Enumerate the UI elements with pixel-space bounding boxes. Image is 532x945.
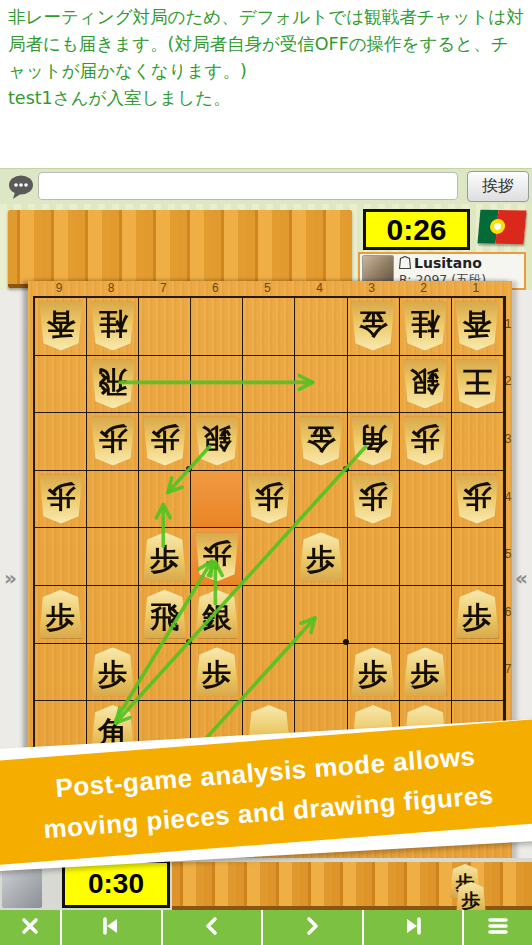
shogi-app-screen: 非レーティング対局のため、デフォルトでは観戦者チャットは対局者にも届きます。(対… (0, 0, 532, 945)
square-8b[interactable]: 飛 (87, 356, 139, 414)
chat-message: 非レーティング対局のため、デフォルトでは観戦者チャットは対局者にも届きます。(対… (8, 4, 524, 85)
square-1d[interactable]: 歩 (452, 471, 504, 529)
portugal-flag-icon (477, 210, 526, 245)
square-4a[interactable] (295, 298, 347, 356)
next-move-button[interactable] (263, 910, 364, 945)
square-6d[interactable] (191, 471, 243, 529)
piece-7e[interactable]: 歩 (143, 532, 186, 581)
piece-2a[interactable]: 桂 (404, 302, 447, 351)
square-1e[interactable] (452, 528, 504, 586)
piece-2b[interactable]: 銀 (404, 359, 447, 408)
piece-4c[interactable]: 金 (300, 417, 343, 466)
square-8f[interactable] (87, 586, 139, 644)
square-6a[interactable] (191, 298, 243, 356)
square-3a[interactable]: 金 (348, 298, 400, 356)
menu-button[interactable] (464, 910, 532, 945)
square-6f[interactable]: 銀 (191, 586, 243, 644)
square-5f[interactable] (243, 586, 295, 644)
piece-8b[interactable]: 飛 (91, 359, 134, 408)
file-label: 5 (241, 281, 293, 296)
x-icon (20, 916, 40, 939)
square-3g[interactable]: 歩 (348, 644, 400, 702)
square-9e[interactable] (35, 528, 87, 586)
player-avatar (2, 864, 42, 908)
square-5b[interactable] (243, 356, 295, 414)
square-5d[interactable]: 歩 (243, 471, 295, 529)
square-5e[interactable] (243, 528, 295, 586)
piece-8c[interactable]: 歩 (91, 417, 134, 466)
square-2d[interactable] (400, 471, 452, 529)
square-9a[interactable]: 香 (35, 298, 87, 356)
playback-nav-bar (0, 910, 532, 945)
square-7g[interactable] (139, 644, 191, 702)
file-label: 4 (293, 281, 345, 296)
piece-2c[interactable]: 歩 (404, 417, 447, 466)
square-4f[interactable] (295, 586, 347, 644)
square-3b[interactable] (348, 356, 400, 414)
chat-log: 非レーティング対局のため、デフォルトでは観戦者チャットは対局者にも届きます。(対… (0, 0, 532, 168)
file-label: 7 (137, 281, 189, 296)
piece-3c[interactable]: 角 (352, 417, 395, 466)
piece-9a[interactable]: 香 (39, 302, 82, 351)
file-label: 2 (398, 281, 450, 296)
file-label: 1 (450, 281, 502, 296)
file-label: 8 (85, 281, 137, 296)
piece-1a[interactable]: 香 (456, 302, 499, 351)
square-7d[interactable] (139, 471, 191, 529)
square-5g[interactable] (243, 644, 295, 702)
player-clock: 0:30 (62, 860, 170, 908)
chat-input-bar: 挨拶 (0, 168, 532, 205)
square-4g[interactable] (295, 644, 347, 702)
square-9c[interactable] (35, 413, 87, 471)
square-8d[interactable] (87, 471, 139, 529)
piece-9f[interactable]: 歩 (39, 590, 82, 639)
square-1a[interactable]: 香 (452, 298, 504, 356)
piece-3d[interactable]: 歩 (352, 475, 395, 524)
square-1f[interactable]: 歩 (452, 586, 504, 644)
square-4b[interactable] (295, 356, 347, 414)
square-4c[interactable]: 金 (295, 413, 347, 471)
piece-8g[interactable]: 歩 (91, 647, 134, 696)
first-move-button[interactable] (62, 910, 163, 945)
square-2e[interactable] (400, 528, 452, 586)
square-2a[interactable]: 桂 (400, 298, 452, 356)
file-label: 6 (189, 281, 241, 296)
star-point (186, 639, 192, 645)
square-7b[interactable] (139, 356, 191, 414)
piece-6c[interactable]: 銀 (195, 417, 238, 466)
square-3d[interactable]: 歩 (348, 471, 400, 529)
square-9g[interactable] (35, 644, 87, 702)
square-8a[interactable]: 桂 (87, 298, 139, 356)
piece-3a[interactable]: 金 (352, 302, 395, 351)
chevron-right-icon (302, 916, 322, 939)
piece-1f[interactable]: 歩 (456, 590, 499, 639)
square-3e[interactable] (348, 528, 400, 586)
file-labels: 987654321 (33, 281, 502, 296)
chat-message: test1さんが入室しました。 (8, 85, 524, 112)
square-1c[interactable] (452, 413, 504, 471)
piece-6f[interactable]: 銀 (195, 590, 238, 639)
piece-9d[interactable]: 歩 (39, 475, 82, 524)
square-7e[interactable]: 歩 (139, 528, 191, 586)
chevron-left-icon (202, 916, 222, 939)
greet-button[interactable]: 挨拶 (467, 171, 529, 202)
piece-1b[interactable]: 王 (456, 359, 499, 408)
right-panel-toggle[interactable]: « (515, 566, 528, 590)
gote-piece-icon (399, 256, 411, 269)
piece-6e[interactable]: 歩 (195, 532, 238, 581)
square-3f[interactable] (348, 586, 400, 644)
square-4d[interactable] (295, 471, 347, 529)
skip-end-icon (402, 916, 424, 939)
game-area: 0:26 Lusitano R: 2097 (五段) 987654321 123… (0, 204, 532, 910)
square-2g[interactable]: 歩 (400, 644, 452, 702)
square-2c[interactable]: 歩 (400, 413, 452, 471)
last-move-button[interactable] (364, 910, 465, 945)
chat-input[interactable] (38, 172, 458, 200)
square-9b[interactable] (35, 356, 87, 414)
square-7f[interactable]: 飛 (139, 586, 191, 644)
piece-5d[interactable]: 歩 (247, 475, 290, 524)
square-6g[interactable]: 歩 (191, 644, 243, 702)
square-5a[interactable] (243, 298, 295, 356)
square-2b[interactable]: 銀 (400, 356, 452, 414)
square-9d[interactable]: 歩 (35, 471, 87, 529)
square-5c[interactable] (243, 413, 295, 471)
piece-4e[interactable]: 歩 (300, 532, 343, 581)
square-8c[interactable]: 歩 (87, 413, 139, 471)
file-label: 9 (33, 281, 85, 296)
skip-start-icon (100, 916, 122, 939)
piece-2g[interactable]: 歩 (404, 647, 447, 696)
piece-7f[interactable]: 飛 (143, 590, 186, 639)
hamburger-icon (487, 917, 509, 938)
left-panel-toggle[interactable]: » (4, 566, 17, 590)
opponent-piece-stand (8, 210, 352, 288)
square-6b[interactable] (191, 356, 243, 414)
square-8e[interactable] (87, 528, 139, 586)
piece-7c[interactable]: 歩 (143, 417, 186, 466)
piece-6g[interactable]: 歩 (195, 647, 238, 696)
square-7c[interactable]: 歩 (139, 413, 191, 471)
piece-3g[interactable]: 歩 (352, 647, 395, 696)
star-point (343, 639, 349, 645)
speech-bubble-icon (7, 174, 35, 204)
square-7a[interactable] (139, 298, 191, 356)
opponent-name: Lusitano (414, 255, 482, 271)
square-4e[interactable]: 歩 (295, 528, 347, 586)
square-6c[interactable]: 銀 (191, 413, 243, 471)
file-label: 3 (346, 281, 398, 296)
star-point (343, 466, 349, 472)
opponent-clock: 0:26 (363, 209, 470, 250)
piece-1d[interactable]: 歩 (456, 475, 499, 524)
close-button[interactable] (0, 910, 62, 945)
square-3c[interactable]: 角 (348, 413, 400, 471)
player-piece-stand: 歩 歩 (172, 862, 532, 910)
square-1g[interactable] (452, 644, 504, 702)
square-6e[interactable]: 歩 (191, 528, 243, 586)
square-8g[interactable]: 歩 (87, 644, 139, 702)
square-1b[interactable]: 王 (452, 356, 504, 414)
square-2f[interactable] (400, 586, 452, 644)
piece-8a[interactable]: 桂 (91, 302, 134, 351)
prev-move-button[interactable] (163, 910, 264, 945)
square-9f[interactable]: 歩 (35, 586, 87, 644)
